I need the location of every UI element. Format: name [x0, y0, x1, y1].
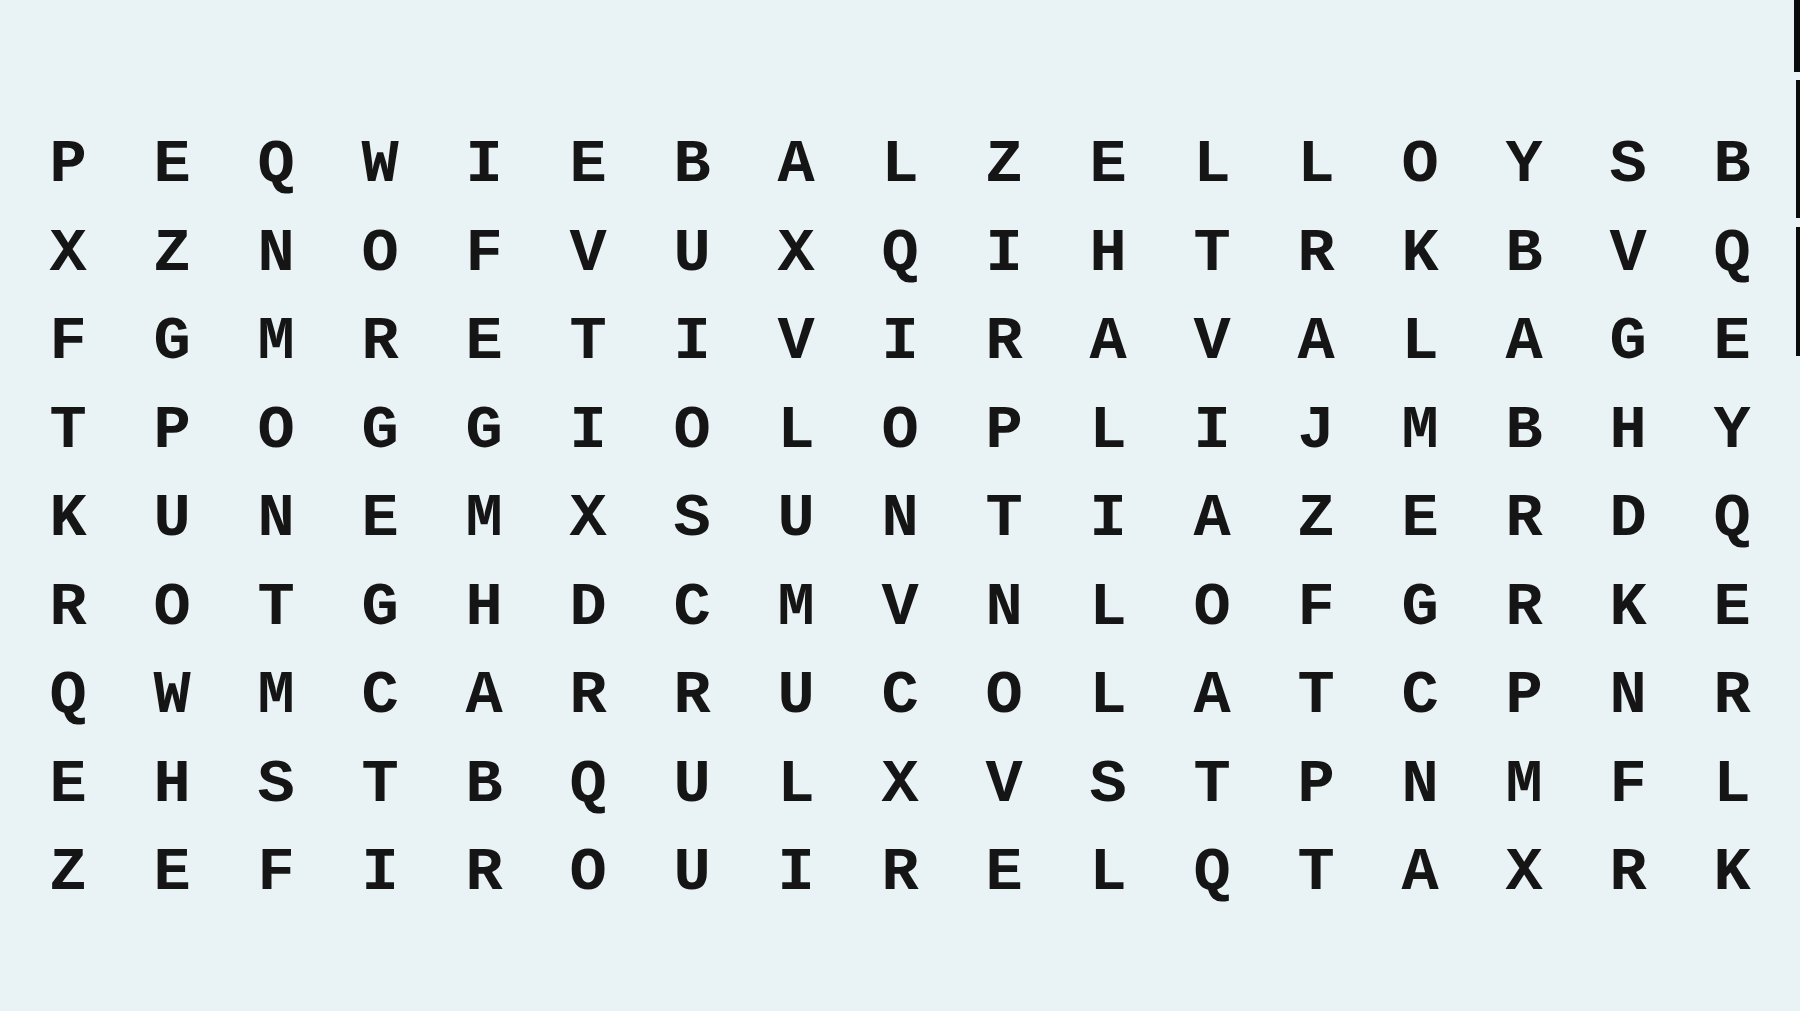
grid-cell-r5c9[interactable]: N: [848, 475, 952, 564]
grid-cell-r9c12[interactable]: Q: [1160, 829, 1264, 918]
grid-cell-r9c10[interactable]: E: [952, 829, 1056, 918]
grid-cell-r8c3[interactable]: S: [224, 741, 328, 830]
grid-cell-r3c5[interactable]: E: [432, 298, 536, 387]
grid-cell-r9c11[interactable]: L: [1056, 829, 1160, 918]
grid-cell-r5c6[interactable]: X: [536, 475, 640, 564]
grid-cell-r9c3[interactable]: F: [224, 829, 328, 918]
grid-cell-r9c5[interactable]: R: [432, 829, 536, 918]
grid-cell-r1c10[interactable]: Z: [952, 121, 1056, 210]
grid-cell-r1c5[interactable]: I: [432, 121, 536, 210]
grid-cell-r8c16[interactable]: F: [1576, 741, 1680, 830]
grid-cell-r7c6[interactable]: R: [536, 652, 640, 741]
grid-cell-r8c11[interactable]: S: [1056, 741, 1160, 830]
right-edge-scrollbar-segment-top: [1794, 0, 1800, 72]
grid-cell-r3c13[interactable]: A: [1264, 298, 1368, 387]
grid-cell-r4c1[interactable]: T: [16, 387, 120, 476]
grid-cell-r3c15[interactable]: A: [1472, 298, 1576, 387]
grid-cell-r3c10[interactable]: R: [952, 298, 1056, 387]
grid-cell-r2c6[interactable]: V: [536, 210, 640, 299]
grid-cell-r4c13[interactable]: J: [1264, 387, 1368, 476]
grid-cell-r8c13[interactable]: P: [1264, 741, 1368, 830]
grid-cell-r4c8[interactable]: L: [744, 387, 848, 476]
grid-cell-r3c1[interactable]: F: [16, 298, 120, 387]
grid-cell-r3c3[interactable]: M: [224, 298, 328, 387]
right-edge-scrollbar-segment-bottom: [1796, 227, 1800, 356]
grid-cell-r1c3[interactable]: Q: [224, 121, 328, 210]
grid-cell-r6c6[interactable]: D: [536, 564, 640, 653]
grid-cell-r4c15[interactable]: B: [1472, 387, 1576, 476]
grid-cell-r8c17[interactable]: L: [1680, 741, 1784, 830]
grid-cell-r5c4[interactable]: E: [328, 475, 432, 564]
grid-cell-r5c10[interactable]: T: [952, 475, 1056, 564]
grid-cell-r6c2[interactable]: O: [120, 564, 224, 653]
grid-cell-r3c14[interactable]: L: [1368, 298, 1472, 387]
grid-cell-r2c15[interactable]: B: [1472, 210, 1576, 299]
right-edge-scrollbar-segment-middle: [1796, 80, 1800, 218]
grid-cell-r7c13[interactable]: T: [1264, 652, 1368, 741]
grid-cell-r8c8[interactable]: L: [744, 741, 848, 830]
grid-cell-r4c7[interactable]: O: [640, 387, 744, 476]
grid-cell-r2c17[interactable]: Q: [1680, 210, 1784, 299]
grid-cell-r2c5[interactable]: F: [432, 210, 536, 299]
grid-cell-r2c9[interactable]: Q: [848, 210, 952, 299]
grid-cell-r8c12[interactable]: T: [1160, 741, 1264, 830]
grid-cell-r9c8[interactable]: I: [744, 829, 848, 918]
grid-cell-r7c15[interactable]: P: [1472, 652, 1576, 741]
grid-cell-r4c17[interactable]: Y: [1680, 387, 1784, 476]
grid-cell-r4c4[interactable]: G: [328, 387, 432, 476]
grid-cell-r8c14[interactable]: N: [1368, 741, 1472, 830]
grid-cell-r2c2[interactable]: Z: [120, 210, 224, 299]
grid-cell-r2c3[interactable]: N: [224, 210, 328, 299]
grid-cell-r7c7[interactable]: R: [640, 652, 744, 741]
grid-cell-r1c15[interactable]: Y: [1472, 121, 1576, 210]
grid-cell-r8c10[interactable]: V: [952, 741, 1056, 830]
grid-cell-r3c6[interactable]: T: [536, 298, 640, 387]
grid-cell-r4c6[interactable]: I: [536, 387, 640, 476]
grid-cell-r3c8[interactable]: V: [744, 298, 848, 387]
grid-cell-r2c10[interactable]: I: [952, 210, 1056, 299]
grid-cell-r9c7[interactable]: U: [640, 829, 744, 918]
grid-cell-r8c7[interactable]: U: [640, 741, 744, 830]
grid-cell-r5c8[interactable]: U: [744, 475, 848, 564]
grid-cell-r9c1[interactable]: Z: [16, 829, 120, 918]
word-search-screen: PEQWIEBALZELLOYSBXZNOFVUXQIHTRKBVQFGMRET…: [0, 0, 1800, 1011]
grid-cell-r6c3[interactable]: T: [224, 564, 328, 653]
grid-cell-r2c16[interactable]: V: [1576, 210, 1680, 299]
grid-cell-r5c5[interactable]: M: [432, 475, 536, 564]
grid-cell-r3c12[interactable]: V: [1160, 298, 1264, 387]
grid-cell-r5c17[interactable]: Q: [1680, 475, 1784, 564]
grid-cell-r2c11[interactable]: H: [1056, 210, 1160, 299]
grid-cell-r4c9[interactable]: O: [848, 387, 952, 476]
grid-cell-r4c2[interactable]: P: [120, 387, 224, 476]
grid-cell-r8c4[interactable]: T: [328, 741, 432, 830]
grid-cell-r3c9[interactable]: I: [848, 298, 952, 387]
grid-cell-r8c2[interactable]: H: [120, 741, 224, 830]
grid-cell-r3c4[interactable]: R: [328, 298, 432, 387]
grid-cell-r9c15[interactable]: X: [1472, 829, 1576, 918]
grid-cell-r4c16[interactable]: H: [1576, 387, 1680, 476]
grid-cell-r2c13[interactable]: R: [1264, 210, 1368, 299]
grid-cell-r1c8[interactable]: A: [744, 121, 848, 210]
grid-cell-r3c17[interactable]: E: [1680, 298, 1784, 387]
grid-cell-r7c12[interactable]: A: [1160, 652, 1264, 741]
grid-cell-r9c17[interactable]: K: [1680, 829, 1784, 918]
grid-cell-r1c6[interactable]: E: [536, 121, 640, 210]
grid-cell-r7c9[interactable]: C: [848, 652, 952, 741]
grid-cell-r6c16[interactable]: K: [1576, 564, 1680, 653]
grid-cell-r6c4[interactable]: G: [328, 564, 432, 653]
grid-cell-r4c11[interactable]: L: [1056, 387, 1160, 476]
grid-cell-r5c13[interactable]: Z: [1264, 475, 1368, 564]
grid-cell-r1c13[interactable]: L: [1264, 121, 1368, 210]
grid-cell-r9c4[interactable]: I: [328, 829, 432, 918]
grid-cell-r3c2[interactable]: G: [120, 298, 224, 387]
grid-cell-r9c16[interactable]: R: [1576, 829, 1680, 918]
grid-cell-r6c17[interactable]: E: [1680, 564, 1784, 653]
grid-cell-r7c2[interactable]: W: [120, 652, 224, 741]
grid-cell-r9c9[interactable]: R: [848, 829, 952, 918]
grid-cell-r1c1[interactable]: P: [16, 121, 120, 210]
grid-cell-r8c9[interactable]: X: [848, 741, 952, 830]
grid-cell-r6c9[interactable]: V: [848, 564, 952, 653]
grid-cell-r6c7[interactable]: C: [640, 564, 744, 653]
grid-cell-r7c5[interactable]: A: [432, 652, 536, 741]
grid-cell-r1c9[interactable]: L: [848, 121, 952, 210]
grid-cell-r4c10[interactable]: P: [952, 387, 1056, 476]
grid-cell-r1c11[interactable]: E: [1056, 121, 1160, 210]
grid-cell-r7c3[interactable]: M: [224, 652, 328, 741]
grid-cell-r3c16[interactable]: G: [1576, 298, 1680, 387]
grid-cell-r7c8[interactable]: U: [744, 652, 848, 741]
grid-cell-r9c14[interactable]: A: [1368, 829, 1472, 918]
grid-cell-r9c2[interactable]: E: [120, 829, 224, 918]
grid-cell-r6c10[interactable]: N: [952, 564, 1056, 653]
grid-cell-r6c1[interactable]: R: [16, 564, 120, 653]
grid-cell-r1c17[interactable]: B: [1680, 121, 1784, 210]
grid-cell-r2c14[interactable]: K: [1368, 210, 1472, 299]
grid-cell-r3c11[interactable]: A: [1056, 298, 1160, 387]
grid-cell-r4c14[interactable]: M: [1368, 387, 1472, 476]
grid-cell-r7c17[interactable]: R: [1680, 652, 1784, 741]
grid-cell-r5c2[interactable]: U: [120, 475, 224, 564]
grid-cell-r9c6[interactable]: O: [536, 829, 640, 918]
grid-cell-r6c5[interactable]: H: [432, 564, 536, 653]
grid-cell-r7c1[interactable]: Q: [16, 652, 120, 741]
grid-cell-r1c7[interactable]: B: [640, 121, 744, 210]
grid-cell-r8c5[interactable]: B: [432, 741, 536, 830]
grid-cell-r6c11[interactable]: L: [1056, 564, 1160, 653]
grid-cell-r7c4[interactable]: C: [328, 652, 432, 741]
grid-cell-r5c3[interactable]: N: [224, 475, 328, 564]
grid-cell-r6c14[interactable]: G: [1368, 564, 1472, 653]
grid-cell-r2c12[interactable]: T: [1160, 210, 1264, 299]
grid-cell-r2c7[interactable]: U: [640, 210, 744, 299]
grid-cell-r5c15[interactable]: R: [1472, 475, 1576, 564]
grid-cell-r4c5[interactable]: G: [432, 387, 536, 476]
grid-cell-r7c14[interactable]: C: [1368, 652, 1472, 741]
grid-cell-r7c10[interactable]: O: [952, 652, 1056, 741]
grid-cell-r7c16[interactable]: N: [1576, 652, 1680, 741]
grid-cell-r2c1[interactable]: X: [16, 210, 120, 299]
grid-cell-r1c4[interactable]: W: [328, 121, 432, 210]
grid-cell-r3c7[interactable]: I: [640, 298, 744, 387]
grid-cell-r6c15[interactable]: R: [1472, 564, 1576, 653]
grid-cell-r9c13[interactable]: T: [1264, 829, 1368, 918]
grid-cell-r1c12[interactable]: L: [1160, 121, 1264, 210]
grid-cell-r8c15[interactable]: M: [1472, 741, 1576, 830]
grid-cell-r5c16[interactable]: D: [1576, 475, 1680, 564]
grid-cell-r6c8[interactable]: M: [744, 564, 848, 653]
grid-cell-r5c7[interactable]: S: [640, 475, 744, 564]
grid-cell-r5c14[interactable]: E: [1368, 475, 1472, 564]
grid-cell-r2c4[interactable]: O: [328, 210, 432, 299]
grid-cell-r4c3[interactable]: O: [224, 387, 328, 476]
grid-cell-r2c8[interactable]: X: [744, 210, 848, 299]
grid-cell-r6c12[interactable]: O: [1160, 564, 1264, 653]
grid-cell-r1c16[interactable]: S: [1576, 121, 1680, 210]
grid-cell-r4c12[interactable]: I: [1160, 387, 1264, 476]
grid-cell-r5c11[interactable]: I: [1056, 475, 1160, 564]
grid-cell-r5c1[interactable]: K: [16, 475, 120, 564]
grid-cell-r8c1[interactable]: E: [16, 741, 120, 830]
grid-cell-r5c12[interactable]: A: [1160, 475, 1264, 564]
grid-cell-r8c6[interactable]: Q: [536, 741, 640, 830]
grid-cell-r7c11[interactable]: L: [1056, 652, 1160, 741]
word-search-grid: PEQWIEBALZELLOYSBXZNOFVUXQIHTRKBVQFGMRET…: [16, 121, 1784, 918]
grid-cell-r1c14[interactable]: O: [1368, 121, 1472, 210]
grid-cell-r6c13[interactable]: F: [1264, 564, 1368, 653]
grid-cell-r1c2[interactable]: E: [120, 121, 224, 210]
